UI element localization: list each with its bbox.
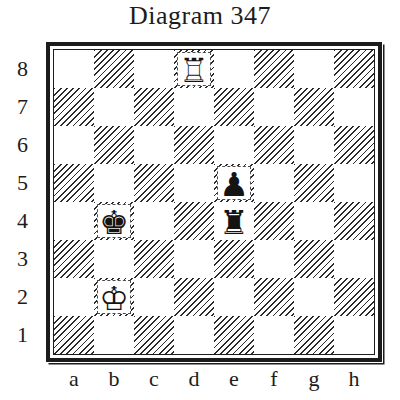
rank-label-3: 3 (0, 240, 36, 278)
square-g4 (294, 202, 334, 240)
square-a8 (54, 50, 94, 88)
file-label-g: g (294, 366, 334, 392)
square-a1 (54, 316, 94, 354)
chess-diagram-page: Diagram 347 87654321 ♖♟♚♜♔ abcdefgh (0, 0, 400, 400)
square-d2 (174, 278, 214, 316)
square-h3 (334, 240, 374, 278)
rank-label-8: 8 (0, 50, 36, 88)
square-d1 (174, 316, 214, 354)
square-g5 (294, 164, 334, 202)
square-g7 (294, 88, 334, 126)
square-c4 (134, 202, 174, 240)
square-d3 (174, 240, 214, 278)
square-h5 (334, 164, 374, 202)
square-h8 (334, 50, 374, 88)
square-e4: ♜ (214, 202, 254, 240)
square-f5 (254, 164, 294, 202)
file-label-b: b (94, 366, 134, 392)
chess-board: ♖♟♚♜♔ (53, 49, 375, 355)
black-king: ♚ (99, 206, 129, 239)
rank-labels: 87654321 (0, 50, 36, 354)
square-b5 (94, 164, 134, 202)
square-e5: ♟ (214, 164, 254, 202)
square-f3 (254, 240, 294, 278)
square-g6 (294, 126, 334, 164)
rank-label-2: 2 (0, 278, 36, 316)
page-title: Diagram 347 (0, 1, 400, 31)
square-a6 (54, 126, 94, 164)
white-king: ♔ (99, 282, 129, 315)
square-g2 (294, 278, 334, 316)
square-a2 (54, 278, 94, 316)
square-b8 (94, 50, 134, 88)
square-d4 (174, 202, 214, 240)
square-h6 (334, 126, 374, 164)
rank-label-6: 6 (0, 126, 36, 164)
black-pawn: ♟ (219, 168, 249, 201)
square-c7 (134, 88, 174, 126)
square-b3 (94, 240, 134, 278)
square-g8 (294, 50, 334, 88)
square-d5 (174, 164, 214, 202)
rank-label-1: 1 (0, 316, 36, 354)
square-c1 (134, 316, 174, 354)
square-h4 (334, 202, 374, 240)
file-label-h: h (334, 366, 374, 392)
square-e3 (214, 240, 254, 278)
square-f7 (254, 88, 294, 126)
file-label-f: f (254, 366, 294, 392)
square-h1 (334, 316, 374, 354)
square-f4 (254, 202, 294, 240)
square-e6 (214, 126, 254, 164)
board-frame: ♖♟♚♜♔ (46, 42, 382, 362)
square-e1 (214, 316, 254, 354)
square-c5 (134, 164, 174, 202)
square-h2 (334, 278, 374, 316)
square-a5 (54, 164, 94, 202)
square-e8 (214, 50, 254, 88)
square-f6 (254, 126, 294, 164)
rank-label-4: 4 (0, 202, 36, 240)
square-f8 (254, 50, 294, 88)
square-b1 (94, 316, 134, 354)
file-label-d: d (174, 366, 214, 392)
file-labels: abcdefgh (54, 366, 374, 392)
square-f2 (254, 278, 294, 316)
square-b7 (94, 88, 134, 126)
white-rook: ♖ (179, 54, 209, 87)
rank-label-7: 7 (0, 88, 36, 126)
square-e2 (214, 278, 254, 316)
square-d6 (174, 126, 214, 164)
square-b2: ♔ (94, 278, 134, 316)
square-g1 (294, 316, 334, 354)
square-a7 (54, 88, 94, 126)
square-d8: ♖ (174, 50, 214, 88)
square-f1 (254, 316, 294, 354)
square-g3 (294, 240, 334, 278)
file-label-e: e (214, 366, 254, 392)
file-label-c: c (134, 366, 174, 392)
square-d7 (174, 88, 214, 126)
square-b4: ♚ (94, 202, 134, 240)
black-rook: ♜ (219, 206, 249, 239)
square-a3 (54, 240, 94, 278)
square-e7 (214, 88, 254, 126)
rank-label-5: 5 (0, 164, 36, 202)
square-b6 (94, 126, 134, 164)
file-label-a: a (54, 366, 94, 392)
square-c3 (134, 240, 174, 278)
square-c2 (134, 278, 174, 316)
square-c8 (134, 50, 174, 88)
square-a4 (54, 202, 94, 240)
square-c6 (134, 126, 174, 164)
square-h7 (334, 88, 374, 126)
